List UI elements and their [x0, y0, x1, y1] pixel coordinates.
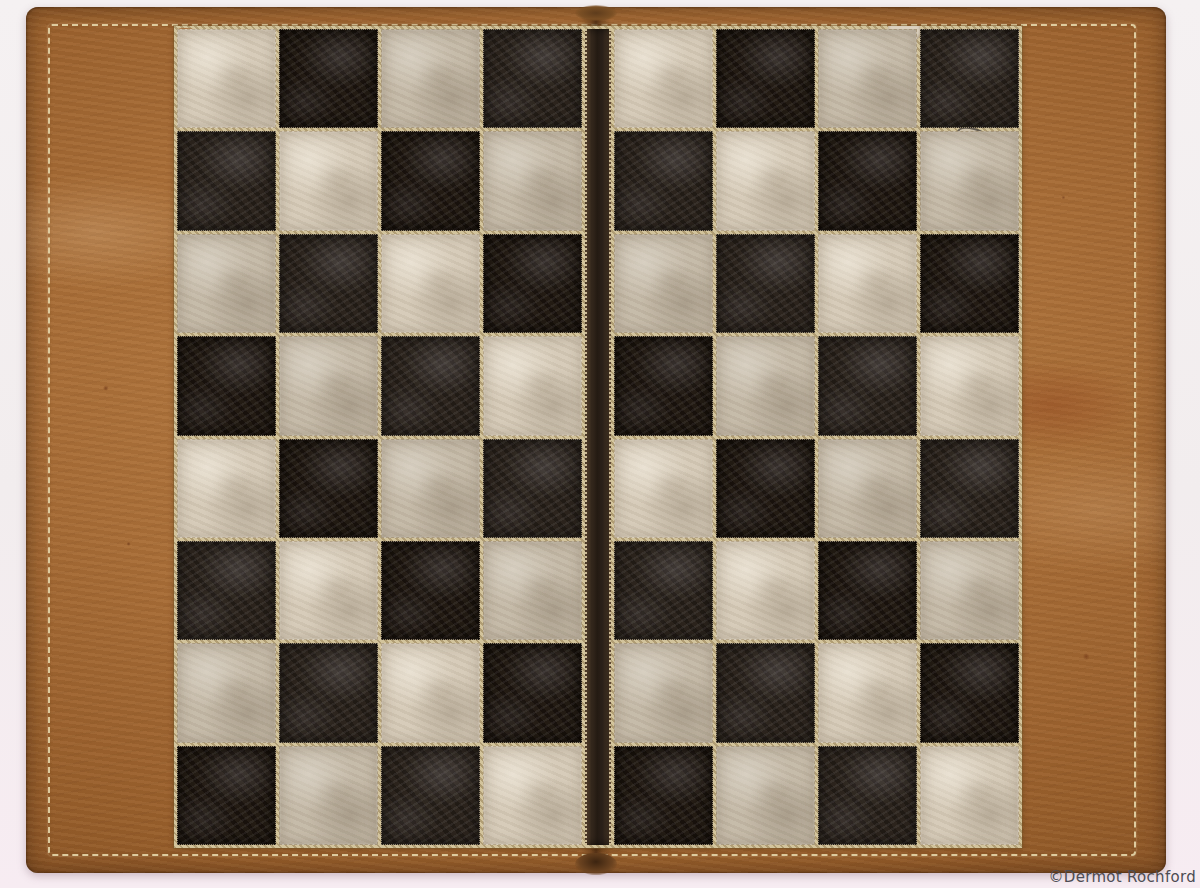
square-c7	[381, 131, 480, 230]
square-f2	[716, 643, 815, 742]
square-b2	[279, 643, 378, 742]
square-e6	[614, 234, 713, 333]
square-c6	[381, 234, 480, 333]
square-d1	[483, 746, 582, 845]
square-e4	[614, 439, 713, 538]
square-e7	[614, 131, 713, 230]
square-a7	[177, 131, 276, 230]
square-c5	[381, 336, 480, 435]
square-h2	[920, 643, 1019, 742]
square-e1	[614, 746, 713, 845]
square-f3	[716, 541, 815, 640]
square-g6	[818, 234, 917, 333]
square-g7	[818, 131, 917, 230]
square-f5	[716, 336, 815, 435]
square-a2	[177, 643, 276, 742]
square-h4	[920, 439, 1019, 538]
square-h8	[920, 29, 1019, 128]
square-b3	[279, 541, 378, 640]
square-a6	[177, 234, 276, 333]
square-g1	[818, 746, 917, 845]
square-c3	[381, 541, 480, 640]
square-a3	[177, 541, 276, 640]
square-b6	[279, 234, 378, 333]
fold-notch-top	[575, 5, 617, 21]
square-f7	[716, 131, 815, 230]
photo-backdrop: ©Dermot Rochford	[0, 0, 1200, 888]
checkerboard	[174, 26, 1022, 848]
square-c8	[381, 29, 480, 128]
square-d8	[483, 29, 582, 128]
square-h7	[920, 131, 1019, 230]
square-b1	[279, 746, 378, 845]
square-f1	[716, 746, 815, 845]
square-b7	[279, 131, 378, 230]
square-d2	[483, 643, 582, 742]
square-e5	[614, 336, 713, 435]
square-g5	[818, 336, 917, 435]
square-h6	[920, 234, 1019, 333]
square-b8	[279, 29, 378, 128]
leather-board	[26, 7, 1166, 873]
fold-notch-bottom	[575, 853, 617, 875]
square-e2	[614, 643, 713, 742]
square-h3	[920, 541, 1019, 640]
watermark: ©Dermot Rochford	[1049, 868, 1196, 886]
square-c4	[381, 439, 480, 538]
square-a1	[177, 746, 276, 845]
square-e3	[614, 541, 713, 640]
square-b5	[279, 336, 378, 435]
square-g2	[818, 643, 917, 742]
square-c1	[381, 746, 480, 845]
square-d4	[483, 439, 582, 538]
square-e8	[614, 29, 713, 128]
square-a4	[177, 439, 276, 538]
square-d3	[483, 541, 582, 640]
square-d6	[483, 234, 582, 333]
square-a8	[177, 29, 276, 128]
square-a5	[177, 336, 276, 435]
square-c2	[381, 643, 480, 742]
square-h1	[920, 746, 1019, 845]
square-d5	[483, 336, 582, 435]
square-f4	[716, 439, 815, 538]
square-f6	[716, 234, 815, 333]
square-d7	[483, 131, 582, 230]
square-g4	[818, 439, 917, 538]
square-h5	[920, 336, 1019, 435]
square-f8	[716, 29, 815, 128]
square-g3	[818, 541, 917, 640]
square-g8	[818, 29, 917, 128]
book-spine	[585, 29, 611, 845]
square-b4	[279, 439, 378, 538]
